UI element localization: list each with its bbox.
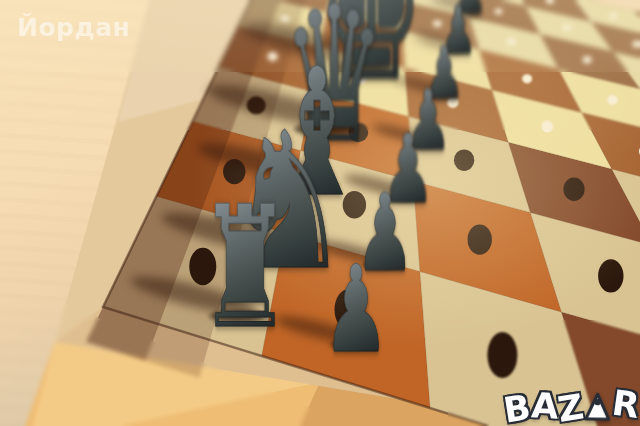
square-c8 bbox=[193, 67, 312, 150]
cast-shadow-queen bbox=[204, 77, 350, 136]
bazar-logo: B A Z R bbox=[503, 390, 639, 426]
peg-hole bbox=[546, 0, 554, 4]
square-d8 bbox=[219, 26, 321, 91]
chess-piece-pawn-a7: ♟ bbox=[323, 250, 390, 370]
square-e8 bbox=[239, 0, 328, 47]
cast-shadow-bishop bbox=[195, 136, 331, 191]
peg-hole bbox=[343, 191, 366, 219]
depth-blur-near-corner bbox=[448, 320, 640, 426]
square-c6 bbox=[409, 116, 531, 212]
contact-shadow bbox=[249, 250, 312, 264]
peg-hole bbox=[189, 248, 216, 285]
chess-piece-pawn-d7: ♟ bbox=[405, 79, 451, 162]
chess-board bbox=[0, 0, 640, 426]
square-g7 bbox=[332, 0, 400, 1]
cast-shadow-pawn bbox=[342, 171, 415, 201]
peg-hole bbox=[607, 95, 617, 105]
watermark: Йордан bbox=[17, 13, 130, 42]
peg-hole bbox=[563, 24, 571, 30]
square-a5 bbox=[562, 312, 640, 426]
contact-shadow bbox=[410, 141, 438, 147]
square-h4 bbox=[513, 0, 591, 22]
contact-shadow bbox=[294, 122, 357, 136]
square-f5 bbox=[469, 17, 558, 69]
square-f4 bbox=[540, 34, 640, 89]
square-h2 bbox=[634, 11, 640, 54]
square-d6 bbox=[405, 68, 508, 142]
square-b8 bbox=[157, 121, 301, 233]
frame-inner-seam bbox=[103, 0, 488, 426]
chess-piece-king-e8: ♚ bbox=[318, 0, 425, 108]
peg-hole bbox=[356, 74, 367, 84]
piece-layer: ♜♞♝♛♚♟♟♟♟♟♟♟ bbox=[0, 0, 640, 426]
cast-shadow-knight bbox=[158, 204, 305, 263]
square-c5 bbox=[508, 142, 640, 245]
square-g6 bbox=[398, 0, 469, 17]
frame-rail-tint bbox=[55, 307, 560, 426]
peg-hole bbox=[583, 56, 592, 64]
contact-shadow bbox=[388, 194, 420, 201]
cast-shadow-pawn bbox=[371, 121, 435, 147]
contact-shadow bbox=[209, 310, 265, 322]
square-g3 bbox=[591, 22, 640, 70]
cast-shadow-pawn bbox=[413, 31, 463, 51]
frame-rail-highlight bbox=[118, 0, 251, 122]
table-background bbox=[0, 0, 640, 426]
square-e6 bbox=[402, 31, 492, 90]
depth-blur-mid bbox=[0, 72, 640, 130]
square-f7 bbox=[327, 0, 402, 31]
cast-shadow-pawn bbox=[394, 74, 450, 97]
peg-hole bbox=[487, 332, 517, 378]
square-c4 bbox=[612, 169, 640, 280]
peg-hole bbox=[495, 8, 503, 14]
logo-letter: R bbox=[610, 387, 640, 422]
square-b7 bbox=[285, 151, 420, 272]
chess-piece-pawn-g7: ♟ bbox=[454, 0, 487, 22]
cast-shadow-pawn bbox=[311, 235, 394, 269]
square-g4 bbox=[525, 6, 613, 52]
photo-scene: ♜♞♝♛♚♟♟♟♟♟♟♟ Йордан B A Z R bbox=[0, 0, 640, 426]
peg-hole bbox=[610, 13, 618, 19]
frame-left-rail bbox=[55, 0, 251, 342]
chess-piece-pawn-b7: ♟ bbox=[355, 180, 414, 287]
peg-hole bbox=[335, 289, 363, 330]
square-g5 bbox=[461, 0, 540, 34]
shopping-bag-icon bbox=[584, 391, 612, 422]
square-a7 bbox=[262, 233, 430, 408]
peg-hole bbox=[359, 34, 369, 42]
square-a6 bbox=[420, 272, 609, 426]
chess-piece-pawn-f7: ♟ bbox=[440, 0, 476, 63]
square-b6 bbox=[413, 181, 561, 312]
peg-hole bbox=[361, 3, 370, 9]
contact-shadow bbox=[458, 7, 478, 11]
contact-shadow bbox=[429, 92, 453, 97]
cast-shadow-king bbox=[238, 14, 387, 74]
square-e4 bbox=[559, 69, 640, 136]
square-h5 bbox=[454, 0, 525, 6]
square-f6 bbox=[400, 1, 479, 50]
square-d5 bbox=[492, 90, 612, 169]
top-haze bbox=[0, 0, 640, 426]
sunlight-highlight bbox=[0, 0, 640, 426]
peg-hole bbox=[507, 38, 516, 45]
chess-piece-knight-b8: ♞ bbox=[228, 108, 350, 297]
frame-shadow-band bbox=[146, 0, 325, 378]
contact-shadow bbox=[330, 61, 394, 75]
peg-hole bbox=[439, 54, 449, 63]
contact-shadow bbox=[444, 47, 466, 52]
table-wood-grain bbox=[0, 0, 640, 426]
peg-hole bbox=[433, 20, 442, 27]
frame-bottom-rail bbox=[55, 307, 560, 426]
peg-hole bbox=[598, 259, 623, 292]
square-c7 bbox=[301, 91, 414, 180]
peg-hole bbox=[348, 122, 368, 142]
chess-piece-rook-a8: ♜ bbox=[198, 184, 291, 352]
chess-piece-queen-d8: ♛ bbox=[282, 0, 386, 169]
square-f8 bbox=[254, 0, 333, 12]
square-e7 bbox=[321, 12, 406, 68]
square-b5 bbox=[530, 213, 640, 355]
square-f3 bbox=[613, 52, 640, 110]
square-a8 bbox=[103, 196, 285, 356]
square-h3 bbox=[573, 0, 640, 37]
frame-shadow-band bbox=[86, 0, 307, 361]
box-side-highlight bbox=[33, 342, 320, 426]
depth-blur-near-frame bbox=[0, 298, 352, 426]
chess-piece-bishop-c8: ♝ bbox=[268, 46, 366, 222]
peg-hole bbox=[563, 178, 584, 201]
box-side-face bbox=[25, 342, 560, 426]
cast-shadow-pawn bbox=[273, 311, 366, 349]
square-d7 bbox=[312, 47, 409, 117]
box-side-shade bbox=[300, 382, 560, 426]
peg-hole bbox=[454, 149, 474, 171]
piece-shadow-layer bbox=[0, 0, 640, 426]
logo-letter: B bbox=[501, 392, 532, 426]
contact-shadow bbox=[280, 179, 339, 192]
peg-hole bbox=[280, 15, 289, 22]
peg-hole bbox=[632, 41, 640, 48]
contact-shadow bbox=[330, 340, 370, 349]
square-e5 bbox=[479, 50, 581, 113]
chess-piece-pawn-e7: ♟ bbox=[424, 37, 464, 109]
chess-piece-pawn-c7: ♟ bbox=[382, 122, 435, 217]
depth-blur-far bbox=[0, 0, 640, 72]
peg-hole bbox=[542, 120, 554, 132]
peg-hole bbox=[267, 52, 277, 61]
cast-shadow-pawn bbox=[429, 0, 474, 11]
peg-hole bbox=[522, 74, 532, 83]
peg-hole bbox=[223, 159, 245, 184]
peg-hole bbox=[247, 96, 266, 114]
logo-letter: A bbox=[530, 390, 559, 423]
contact-shadow bbox=[362, 261, 398, 269]
peg-hole bbox=[468, 224, 492, 254]
cast-shadow-rook bbox=[129, 269, 259, 322]
logo-letter: Z bbox=[555, 391, 585, 426]
square-d4 bbox=[582, 112, 640, 196]
peg-hole bbox=[447, 97, 458, 108]
